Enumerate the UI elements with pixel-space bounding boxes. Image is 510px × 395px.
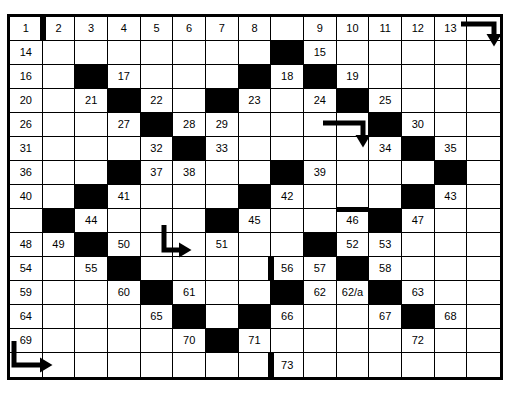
cell-r3c7[interactable] (206, 65, 239, 89)
cell-r7c5[interactable]: 37 (141, 161, 174, 185)
cell-r12c10[interactable]: 62 (304, 281, 337, 305)
clue-number: 46 (346, 215, 358, 226)
cell-r11c13[interactable] (402, 257, 435, 281)
clue-number: 34 (379, 143, 391, 154)
block-cell-r8c13 (402, 185, 435, 209)
clue-number: 59 (20, 287, 32, 298)
clue-number: 52 (346, 239, 358, 250)
cell-r12c14[interactable] (435, 281, 468, 305)
cell-r13c11[interactable] (337, 305, 370, 329)
cell-r13c4[interactable] (108, 305, 141, 329)
cell-r4c5[interactable]: 22 (141, 89, 174, 113)
cell-r13c7[interactable] (206, 305, 239, 329)
cell-r8c5[interactable] (141, 185, 174, 209)
block-cell-r14c7 (206, 329, 239, 353)
clue-number: 29 (216, 119, 228, 130)
cell-r12c4[interactable]: 60 (108, 281, 141, 305)
cell-r2c6[interactable] (173, 41, 206, 65)
cell-r10c4[interactable]: 50 (108, 233, 141, 257)
block-cell-r2c9 (271, 41, 304, 65)
cell-r4c6[interactable] (173, 89, 206, 113)
clue-number: 7 (219, 23, 225, 34)
cell-r5c7[interactable]: 29 (206, 113, 239, 137)
clue-number: 73 (281, 360, 293, 371)
cell-r12c15[interactable] (467, 281, 500, 305)
clue-number: 15 (314, 47, 326, 58)
cell-r3c6[interactable] (173, 65, 206, 89)
cell-r9c15[interactable] (467, 209, 500, 233)
cell-r2c14[interactable] (435, 41, 468, 65)
cell-r15c2[interactable] (43, 353, 76, 377)
cell-r1c14[interactable]: 13 (435, 17, 468, 41)
cell-r14c11[interactable] (337, 329, 370, 353)
clue-number: 2 (55, 23, 61, 34)
block-cell-r12c9 (271, 281, 304, 305)
cell-r1c12[interactable]: 11 (369, 17, 402, 41)
clue-number: 11 (379, 23, 390, 34)
cell-r5c10[interactable] (304, 113, 337, 137)
cell-r15c10[interactable] (304, 353, 337, 377)
cell-r7c11[interactable] (337, 161, 370, 185)
clue-number: 61 (183, 287, 195, 298)
block-cell-r13c6 (173, 305, 206, 329)
cell-r9c6[interactable] (173, 209, 206, 233)
cell-r11c1[interactable]: 54 (10, 257, 43, 281)
clue-number: 71 (248, 335, 260, 346)
cell-r4c2[interactable] (43, 89, 76, 113)
cell-r10c14[interactable] (435, 233, 468, 257)
clue-number: 42 (281, 191, 293, 202)
cell-r1c13[interactable]: 12 (402, 17, 435, 41)
block-cell-r4c7 (206, 89, 239, 113)
clue-number: 65 (150, 311, 162, 322)
cell-r2c11[interactable] (337, 41, 370, 65)
cell-r14c15[interactable] (467, 329, 500, 353)
clue-number: 64 (20, 311, 32, 322)
cell-r11c6[interactable] (173, 257, 206, 281)
cell-r13c1[interactable]: 64 (10, 305, 43, 329)
cell-r2c15[interactable] (467, 41, 500, 65)
cell-r4c9[interactable] (271, 89, 304, 113)
cell-r10c1[interactable]: 48 (10, 233, 43, 257)
cell-r3c2[interactable] (43, 65, 76, 89)
clue-number: 58 (379, 263, 391, 274)
cell-r11c5[interactable] (141, 257, 174, 281)
cell-r6c3[interactable] (75, 137, 108, 161)
cell-r1c8[interactable]: 8 (239, 17, 272, 41)
cell-r7c1[interactable]: 36 (10, 161, 43, 185)
cell-r8c7[interactable] (206, 185, 239, 209)
clue-number: 36 (20, 167, 32, 178)
block-cell-r13c13 (402, 305, 435, 329)
clue-number: 56 (281, 263, 293, 274)
cell-r14c9[interactable] (271, 329, 304, 353)
cell-r15c6[interactable] (173, 353, 206, 377)
cell-r14c8[interactable]: 71 (239, 329, 272, 353)
cell-r9c5[interactable] (141, 209, 174, 233)
cell-r6c2[interactable] (43, 137, 76, 161)
cell-r6c1[interactable]: 31 (10, 137, 43, 161)
clue-number: 18 (281, 71, 293, 82)
cell-r3c14[interactable] (435, 65, 468, 89)
cell-r4c13[interactable] (402, 89, 435, 113)
cell-r2c10[interactable]: 15 (304, 41, 337, 65)
cell-r6c11[interactable] (337, 137, 370, 161)
clue-number: 45 (248, 215, 260, 226)
cell-r15c13[interactable] (402, 353, 435, 377)
cell-r4c3[interactable]: 21 (75, 89, 108, 113)
cell-r8c4[interactable]: 41 (108, 185, 141, 209)
block-cell-r12c12 (369, 281, 402, 305)
block-cell-r3c10 (304, 65, 337, 89)
cell-r14c1[interactable]: 69 (10, 329, 43, 353)
cell-r11c12[interactable]: 58 (369, 257, 402, 281)
cell-r9c14[interactable] (435, 209, 468, 233)
cell-r3c5[interactable] (141, 65, 174, 89)
cell-r6c10[interactable] (304, 137, 337, 161)
clue-number: 49 (52, 239, 64, 250)
cell-r1c1[interactable]: 1 (10, 17, 43, 41)
cell-r13c12[interactable]: 67 (369, 305, 402, 329)
cell-r12c13[interactable]: 63 (402, 281, 435, 305)
crossword-grid: 1234567891011121314151617181920212223242… (10, 17, 500, 377)
clue-number: 1 (23, 23, 29, 34)
clue-number: 26 (20, 119, 32, 130)
cell-r6c7[interactable]: 33 (206, 137, 239, 161)
cell-r3c11[interactable]: 19 (337, 65, 370, 89)
clue-number: 62/a (342, 287, 363, 298)
cell-r8c1[interactable]: 40 (10, 185, 43, 209)
cell-r6c9[interactable] (271, 137, 304, 161)
cell-r9c1[interactable] (10, 209, 43, 233)
cell-r12c3[interactable] (75, 281, 108, 305)
clue-number: 35 (444, 143, 456, 154)
cell-r2c7[interactable] (206, 41, 239, 65)
cell-r8c10[interactable] (304, 185, 337, 209)
clue-number: 41 (118, 191, 130, 202)
clue-number: 63 (412, 287, 424, 298)
clue-number: 60 (118, 287, 130, 298)
cell-r2c3[interactable] (75, 41, 108, 65)
cell-r10c5[interactable] (141, 233, 174, 257)
clue-number: 17 (118, 71, 130, 82)
cell-r1c5[interactable]: 5 (141, 17, 174, 41)
clue-number: 72 (412, 335, 424, 346)
cell-r15c11[interactable] (337, 353, 370, 377)
cell-r13c14[interactable]: 68 (435, 305, 468, 329)
cell-r6c14[interactable]: 35 (435, 137, 468, 161)
cell-r10c7[interactable]: 51 (206, 233, 239, 257)
cell-r10c8[interactable] (239, 233, 272, 257)
clue-number: 16 (20, 71, 32, 82)
clue-number: 28 (183, 119, 195, 130)
cell-r11c14[interactable] (435, 257, 468, 281)
cell-r11c9[interactable]: 56 (271, 257, 304, 281)
block-cell-r3c3 (75, 65, 108, 89)
cell-r13c15[interactable] (467, 305, 500, 329)
cell-r7c15[interactable] (467, 161, 500, 185)
cell-r15c5[interactable] (141, 353, 174, 377)
cell-r4c10[interactable]: 24 (304, 89, 337, 113)
cell-r9c8[interactable]: 45 (239, 209, 272, 233)
cell-r7c2[interactable] (43, 161, 76, 185)
cell-r15c15[interactable] (467, 353, 500, 377)
cell-r11c10[interactable]: 57 (304, 257, 337, 281)
block-cell-r9c12 (369, 209, 402, 233)
cell-r14c10[interactable] (304, 329, 337, 353)
cell-r6c12[interactable]: 34 (369, 137, 402, 161)
cell-r7c7[interactable] (206, 161, 239, 185)
block-cell-r3c8 (239, 65, 272, 89)
clue-number: 70 (183, 335, 195, 346)
cell-r7c10[interactable]: 39 (304, 161, 337, 185)
cell-r15c8[interactable] (239, 353, 272, 377)
cell-r7c13[interactable] (402, 161, 435, 185)
block-cell-r10c3 (75, 233, 108, 257)
clue-number: 69 (20, 335, 32, 346)
cell-r7c12[interactable] (369, 161, 402, 185)
clue-number: 43 (444, 191, 456, 202)
cell-r5c1[interactable]: 26 (10, 113, 43, 137)
clue-number: 24 (314, 95, 326, 106)
cell-r2c1[interactable]: 14 (10, 41, 43, 65)
clue-number: 9 (317, 23, 323, 34)
cell-r4c1[interactable]: 20 (10, 89, 43, 113)
cell-r9c9[interactable] (271, 209, 304, 233)
cell-r12c2[interactable] (43, 281, 76, 305)
cell-r12c7[interactable] (206, 281, 239, 305)
cell-r15c12[interactable] (369, 353, 402, 377)
cell-r10c15[interactable] (467, 233, 500, 257)
cell-r1c7[interactable]: 7 (206, 17, 239, 41)
cell-r1c4[interactable]: 4 (108, 17, 141, 41)
cell-r12c6[interactable]: 61 (173, 281, 206, 305)
clue-number: 21 (85, 95, 97, 106)
cell-r8c9[interactable]: 42 (271, 185, 304, 209)
clue-number: 33 (216, 143, 228, 154)
clue-number: 8 (251, 23, 257, 34)
crossword-board: 1234567891011121314151617181920212223242… (7, 14, 503, 380)
cell-r6c5[interactable]: 32 (141, 137, 174, 161)
cell-r14c4[interactable] (108, 329, 141, 353)
clue-number: 4 (121, 23, 127, 34)
block-cell-r10c10 (304, 233, 337, 257)
cell-r10c11[interactable]: 52 (337, 233, 370, 257)
cell-r14c5[interactable] (141, 329, 174, 353)
cell-r5c3[interactable] (75, 113, 108, 137)
cell-r5c11[interactable] (337, 113, 370, 137)
cell-r14c14[interactable] (435, 329, 468, 353)
cell-r1c10[interactable]: 9 (304, 17, 337, 41)
block-cell-r11c4 (108, 257, 141, 281)
cell-r14c13[interactable]: 72 (402, 329, 435, 353)
clue-number: 67 (379, 311, 391, 322)
block-cell-r6c13 (402, 137, 435, 161)
cell-r11c8[interactable] (239, 257, 272, 281)
clue-number: 39 (314, 167, 326, 178)
cell-r5c9[interactable] (271, 113, 304, 137)
cell-r14c3[interactable] (75, 329, 108, 353)
cell-r13c10[interactable] (304, 305, 337, 329)
cell-r4c15[interactable] (467, 89, 500, 113)
clue-number: 55 (85, 263, 97, 274)
cell-r6c15[interactable] (467, 137, 500, 161)
clue-number: 47 (412, 215, 424, 226)
clue-number: 19 (346, 71, 358, 82)
clue-number: 25 (379, 95, 391, 106)
block-cell-r5c5 (141, 113, 174, 137)
clue-number: 30 (412, 119, 424, 130)
cell-r11c3[interactable]: 55 (75, 257, 108, 281)
cell-r13c9[interactable]: 66 (271, 305, 304, 329)
cell-r1c9[interactable] (271, 17, 304, 41)
cell-r5c15[interactable] (467, 113, 500, 137)
clue-number: 37 (150, 167, 162, 178)
cell-r3c9[interactable]: 18 (271, 65, 304, 89)
cell-r8c12[interactable] (369, 185, 402, 209)
cell-r2c4[interactable] (108, 41, 141, 65)
cell-r5c6[interactable]: 28 (173, 113, 206, 137)
cell-r3c1[interactable]: 16 (10, 65, 43, 89)
cell-r7c8[interactable] (239, 161, 272, 185)
cell-r15c1[interactable] (10, 353, 43, 377)
cell-r8c11[interactable] (337, 185, 370, 209)
cell-r3c4[interactable]: 17 (108, 65, 141, 89)
cell-r8c15[interactable] (467, 185, 500, 209)
cell-r4c12[interactable]: 25 (369, 89, 402, 113)
cell-r14c2[interactable] (43, 329, 76, 353)
cell-r1c6[interactable]: 6 (173, 17, 206, 41)
cell-r15c4[interactable] (108, 353, 141, 377)
block-cell-r6c6 (173, 137, 206, 161)
cell-r15c3[interactable] (75, 353, 108, 377)
cell-r9c4[interactable] (108, 209, 141, 233)
cell-r12c8[interactable] (239, 281, 272, 305)
cell-r5c13[interactable]: 30 (402, 113, 435, 137)
cell-r2c13[interactable] (402, 41, 435, 65)
block-cell-r13c8 (239, 305, 272, 329)
cell-r8c14[interactable]: 43 (435, 185, 468, 209)
cell-r9c11[interactable]: 46 (337, 209, 370, 233)
cell-r12c1[interactable]: 59 (10, 281, 43, 305)
cell-r6c4[interactable] (108, 137, 141, 161)
cell-r3c13[interactable] (402, 65, 435, 89)
clue-number: 22 (150, 95, 162, 106)
cell-r12c11[interactable]: 62/a (337, 281, 370, 305)
cell-r13c5[interactable]: 65 (141, 305, 174, 329)
cell-r13c2[interactable] (43, 305, 76, 329)
block-cell-r7c4 (108, 161, 141, 185)
cell-r13c3[interactable] (75, 305, 108, 329)
cell-r5c8[interactable] (239, 113, 272, 137)
cell-r5c2[interactable] (43, 113, 76, 137)
clue-number: 5 (153, 23, 159, 34)
clue-number: 62 (314, 287, 326, 298)
clue-number: 14 (20, 47, 32, 58)
block-cell-r9c7 (206, 209, 239, 233)
clue-number: 66 (281, 311, 293, 322)
cell-r7c3[interactable] (75, 161, 108, 185)
cell-r14c6[interactable]: 70 (173, 329, 206, 353)
block-cell-r4c11 (337, 89, 370, 113)
clue-number: 54 (20, 263, 32, 274)
cell-r1c11[interactable]: 10 (337, 17, 370, 41)
cell-r14c12[interactable] (369, 329, 402, 353)
clue-number: 68 (444, 311, 456, 322)
cell-r9c10[interactable] (304, 209, 337, 233)
clue-number: 12 (412, 23, 424, 34)
clue-number: 6 (186, 23, 192, 34)
cell-r3c15[interactable] (467, 65, 500, 89)
cell-r15c7[interactable] (206, 353, 239, 377)
clue-number: 3 (88, 23, 94, 34)
cell-r10c2[interactable]: 49 (43, 233, 76, 257)
cell-r9c3[interactable]: 44 (75, 209, 108, 233)
clue-number: 23 (248, 95, 260, 106)
cell-r1c2[interactable]: 2 (43, 17, 76, 41)
cell-r3c12[interactable] (369, 65, 402, 89)
cell-r11c7[interactable] (206, 257, 239, 281)
clue-number: 44 (85, 215, 97, 226)
clue-number: 51 (216, 239, 228, 250)
cell-r11c15[interactable] (467, 257, 500, 281)
clue-number: 32 (150, 143, 162, 154)
block-cell-r9c2 (43, 209, 76, 233)
cell-r2c12[interactable] (369, 41, 402, 65)
block-cell-r12c5 (141, 281, 174, 305)
clue-number: 27 (118, 119, 130, 130)
block-cell-r8c3 (75, 185, 108, 209)
block-cell-r7c9 (271, 161, 304, 185)
clue-number: 20 (20, 95, 32, 106)
cell-r2c8[interactable] (239, 41, 272, 65)
clue-number: 57 (314, 263, 326, 274)
cell-r11c2[interactable] (43, 257, 76, 281)
cell-r7c6[interactable]: 38 (173, 161, 206, 185)
block-cell-r5c12 (369, 113, 402, 137)
cell-r8c2[interactable] (43, 185, 76, 209)
cell-r8c6[interactable] (173, 185, 206, 209)
cell-r2c5[interactable] (141, 41, 174, 65)
clue-number: 48 (20, 239, 32, 250)
cell-r10c6[interactable] (173, 233, 206, 257)
cell-r5c14[interactable] (435, 113, 468, 137)
block-cell-r11c11 (337, 257, 370, 281)
clue-number: 13 (444, 23, 456, 34)
clue-number: 31 (20, 143, 32, 154)
cell-r15c9[interactable]: 73 (271, 353, 304, 377)
cell-r1c3[interactable]: 3 (75, 17, 108, 41)
cell-r5c4[interactable]: 27 (108, 113, 141, 137)
cell-r6c8[interactable] (239, 137, 272, 161)
cell-r9c13[interactable]: 47 (402, 209, 435, 233)
cell-r10c12[interactable]: 53 (369, 233, 402, 257)
cell-r4c8[interactable]: 23 (239, 89, 272, 113)
block-cell-r8c8 (239, 185, 272, 209)
cell-r10c9[interactable] (271, 233, 304, 257)
clue-number: 40 (20, 191, 32, 202)
cell-r1c15[interactable] (467, 17, 500, 41)
cell-r4c14[interactable] (435, 89, 468, 113)
clue-number: 53 (379, 239, 391, 250)
clue-number: 38 (183, 167, 195, 178)
clue-number: 50 (118, 239, 130, 250)
block-cell-r7c14 (435, 161, 468, 185)
clue-number: 10 (346, 23, 358, 34)
cell-r15c14[interactable] (435, 353, 468, 377)
cell-r10c13[interactable] (402, 233, 435, 257)
cell-r2c2[interactable] (43, 41, 76, 65)
